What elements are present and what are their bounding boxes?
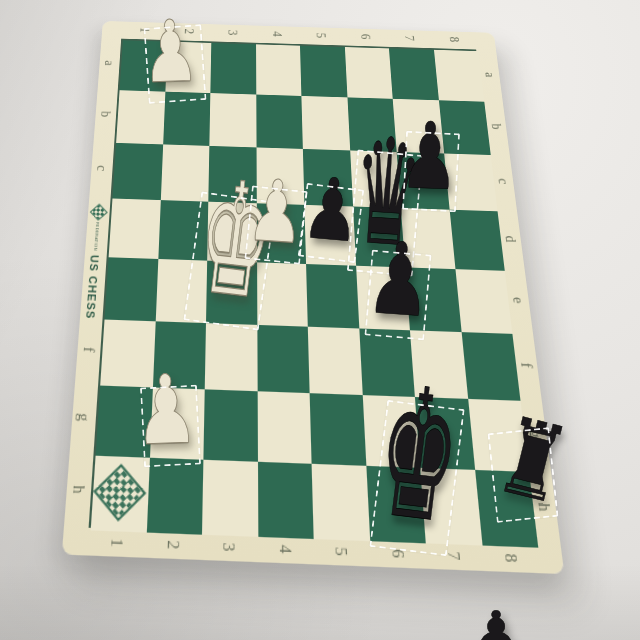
square-e6 (356, 266, 410, 331)
square-g8 (468, 399, 529, 472)
coord-label-right-h: h (533, 497, 553, 517)
square-d6 (353, 206, 406, 267)
coord-label-bottom-2: 2 (162, 534, 181, 555)
square-a8 (434, 50, 485, 102)
square-a4 (256, 44, 302, 96)
square-c4 (256, 147, 304, 204)
square-f6 (359, 328, 415, 396)
square-g7 (415, 397, 475, 470)
square-b8 (438, 100, 490, 155)
square-e8 (455, 269, 512, 334)
coord-label-top-5: 5 (313, 29, 328, 42)
square-a1 (120, 40, 167, 91)
square-a5 (300, 46, 347, 98)
coord-label-left-h: h (68, 480, 87, 500)
square-a3 (210, 43, 255, 95)
square-b1 (116, 90, 165, 144)
square-g1 (96, 386, 153, 458)
coord-label-right-f: f (516, 356, 535, 374)
coord-label-right-a: a (481, 68, 497, 81)
coord-label-top-2: 2 (181, 25, 196, 38)
square-e1 (105, 257, 158, 321)
coord-label-left-c: c (93, 161, 109, 176)
coord-label-bottom-4: 4 (275, 539, 293, 560)
square-c7 (397, 152, 449, 210)
square-f2 (152, 321, 206, 389)
square-c8 (444, 153, 498, 211)
square-h7 (420, 468, 482, 546)
coord-label-bottom-7: 7 (443, 545, 463, 566)
square-c5 (303, 149, 353, 207)
square-a7 (389, 48, 439, 100)
square-d4 (256, 203, 306, 264)
coord-label-top-8: 8 (445, 33, 461, 46)
coord-label-left-g: g (74, 408, 92, 427)
coord-label-right-b: b (487, 119, 504, 133)
offboard-black-piece: ♟ (471, 604, 521, 640)
square-d2 (158, 200, 208, 261)
square-c3 (208, 146, 256, 203)
coord-label-right-d: d (501, 231, 519, 247)
square-f1 (100, 320, 155, 388)
coord-label-left-f: f (79, 341, 97, 359)
us-chess-federation-label: FEDERATION (94, 221, 101, 250)
square-a2 (165, 42, 211, 93)
square-d8 (449, 210, 505, 271)
coord-label-top-1: 1 (137, 24, 152, 37)
square-c2 (160, 144, 209, 201)
square-e3 (206, 261, 257, 325)
coord-label-top-6: 6 (357, 30, 372, 43)
coord-label-bottom-1: 1 (106, 532, 125, 553)
square-e5 (306, 264, 359, 328)
coord-label-bottom-3: 3 (219, 537, 237, 558)
pawn-glyph: ♟ (471, 604, 521, 640)
square-g6 (362, 395, 420, 468)
square-h4 (257, 462, 313, 539)
square-e4 (257, 262, 308, 326)
square-h3 (202, 460, 258, 537)
square-g4 (257, 391, 311, 464)
coord-label-bottom-6: 6 (387, 543, 406, 564)
square-e2 (155, 259, 207, 323)
coord-label-left-b: b (97, 107, 113, 121)
board-squares (89, 39, 536, 545)
coord-label-top-7: 7 (401, 32, 416, 45)
square-a6 (344, 47, 392, 99)
square-g3 (203, 389, 257, 461)
chess-board: FEDERATION US CHESS 1234567812345678abcf… (62, 21, 565, 574)
coord-label-top-3: 3 (225, 26, 239, 39)
square-f4 (257, 325, 310, 393)
square-b4 (256, 95, 303, 149)
square-h6 (366, 466, 426, 544)
coord-label-left-a: a (101, 56, 116, 69)
square-d7 (401, 208, 455, 269)
square-b7 (393, 99, 444, 154)
square-b6 (347, 97, 397, 152)
square-h5 (312, 464, 370, 541)
square-b5 (301, 96, 349, 150)
square-h1 (91, 456, 150, 533)
square-b2 (163, 92, 211, 146)
square-d3 (207, 202, 256, 263)
square-d5 (304, 205, 355, 266)
coord-label-right-c: c (494, 174, 511, 189)
coord-label-top-4: 4 (269, 28, 283, 41)
square-h8 (475, 470, 539, 548)
square-f5 (308, 327, 362, 395)
coord-label-right-g: g (524, 424, 544, 443)
coord-label-bottom-8: 8 (499, 547, 519, 568)
coord-label-bottom-5: 5 (331, 541, 350, 562)
square-h2 (146, 458, 203, 535)
square-f7 (410, 330, 468, 399)
square-g5 (310, 393, 366, 466)
photo-background: { "game": "chess", "scene": "overhead ph… (0, 0, 640, 640)
coord-label-right-e: e (508, 292, 526, 309)
square-c6 (350, 150, 401, 208)
square-f8 (461, 332, 520, 401)
us-chess-name-label: US CHESS (85, 254, 102, 319)
square-f3 (205, 323, 257, 391)
square-e7 (405, 267, 461, 332)
square-c1 (112, 143, 162, 200)
us-chess-corner-logo (93, 464, 146, 522)
us-chess-knight-icon (90, 203, 108, 220)
square-b3 (209, 93, 256, 147)
square-d1 (109, 198, 161, 258)
square-g2 (149, 387, 204, 459)
